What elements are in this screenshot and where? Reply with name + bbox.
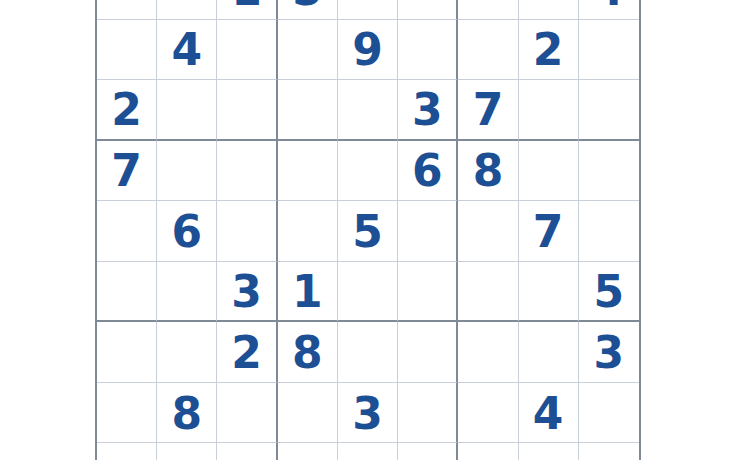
cell-r8c4[interactable] — [278, 383, 338, 444]
given-digit: 8 — [473, 149, 504, 193]
given-digit: 8 — [172, 392, 203, 436]
cell-r5c3[interactable] — [217, 201, 277, 262]
cell-r6c5[interactable] — [338, 262, 398, 323]
given-digit: 1 — [292, 270, 323, 314]
cell-r2c3[interactable] — [217, 20, 277, 81]
cell-r2c5[interactable]: 9 — [338, 20, 398, 81]
given-digit: 3 — [412, 88, 443, 132]
cell-r2c2[interactable]: 4 — [157, 20, 217, 81]
cell-r6c9[interactable]: 5 — [579, 262, 639, 323]
cell-r4c9[interactable] — [579, 141, 639, 202]
cell-r8c9[interactable] — [579, 383, 639, 444]
cell-r5c6[interactable] — [398, 201, 458, 262]
cell-r8c1[interactable] — [97, 383, 157, 444]
cell-r7c9[interactable]: 3 — [579, 322, 639, 383]
cell-r3c3[interactable] — [217, 80, 277, 141]
cell-r2c8[interactable]: 2 — [519, 20, 579, 81]
cell-r2c4[interactable] — [278, 20, 338, 81]
given-digit: 7 — [473, 88, 504, 132]
cell-r6c3[interactable]: 3 — [217, 262, 277, 323]
given-digit: 2 — [533, 28, 564, 72]
cell-r9c8[interactable] — [519, 443, 579, 460]
cell-r5c1[interactable] — [97, 201, 157, 262]
given-digit: 8 — [292, 331, 323, 375]
cell-r8c6[interactable] — [398, 383, 458, 444]
cell-r9c2[interactable] — [157, 443, 217, 460]
cell-r8c7[interactable] — [458, 383, 518, 444]
cell-r7c6[interactable] — [398, 322, 458, 383]
cell-r7c2[interactable] — [157, 322, 217, 383]
cell-r8c3[interactable] — [217, 383, 277, 444]
cell-r7c1[interactable] — [97, 322, 157, 383]
cell-r4c7[interactable]: 8 — [458, 141, 518, 202]
cell-r1c5[interactable] — [338, 0, 398, 20]
given-digit: 7 — [533, 210, 564, 254]
cell-r1c9[interactable]: 4 — [579, 0, 639, 20]
cell-r4c1[interactable]: 7 — [97, 141, 157, 202]
cell-r8c2[interactable]: 8 — [157, 383, 217, 444]
given-digit: 5 — [352, 210, 383, 254]
cell-r5c4[interactable] — [278, 201, 338, 262]
cell-r4c2[interactable] — [157, 141, 217, 202]
cell-r3c7[interactable]: 7 — [458, 80, 518, 141]
cell-r6c4[interactable]: 1 — [278, 262, 338, 323]
cell-r2c6[interactable] — [398, 20, 458, 81]
cell-r6c6[interactable] — [398, 262, 458, 323]
cell-r5c5[interactable]: 5 — [338, 201, 398, 262]
cell-r5c7[interactable] — [458, 201, 518, 262]
given-digit: 7 — [111, 149, 142, 193]
cell-r3c6[interactable]: 3 — [398, 80, 458, 141]
sudoku-board: 154492237768657315283834 — [95, 0, 641, 460]
cell-r5c9[interactable] — [579, 201, 639, 262]
cell-r7c3[interactable]: 2 — [217, 322, 277, 383]
cell-r6c2[interactable] — [157, 262, 217, 323]
cell-r1c3[interactable]: 1 — [217, 0, 277, 20]
cell-r5c8[interactable]: 7 — [519, 201, 579, 262]
given-digit: 2 — [231, 331, 262, 375]
given-digit: 5 — [292, 0, 323, 12]
given-digit: 2 — [111, 88, 142, 132]
cell-r8c5[interactable]: 3 — [338, 383, 398, 444]
cell-r9c9[interactable] — [579, 443, 639, 460]
cell-r7c8[interactable] — [519, 322, 579, 383]
sudoku-page: 154492237768657315283834 — [0, 0, 736, 460]
cell-r9c4[interactable] — [278, 443, 338, 460]
cell-r9c6[interactable] — [398, 443, 458, 460]
cell-r1c4[interactable]: 5 — [278, 0, 338, 20]
cell-r3c2[interactable] — [157, 80, 217, 141]
cell-r3c9[interactable] — [579, 80, 639, 141]
cell-r2c9[interactable] — [579, 20, 639, 81]
cell-r3c8[interactable] — [519, 80, 579, 141]
given-digit: 4 — [172, 28, 203, 72]
given-digit: 5 — [594, 270, 625, 314]
cell-r1c8[interactable] — [519, 0, 579, 20]
cell-r3c4[interactable] — [278, 80, 338, 141]
cell-r1c7[interactable] — [458, 0, 518, 20]
given-digit: 9 — [352, 28, 383, 72]
cell-r4c4[interactable] — [278, 141, 338, 202]
cell-r9c7[interactable] — [458, 443, 518, 460]
given-digit: 4 — [533, 392, 564, 436]
given-digit: 3 — [231, 270, 262, 314]
given-digit: 1 — [231, 0, 262, 12]
cell-r4c8[interactable] — [519, 141, 579, 202]
cell-r9c3[interactable] — [217, 443, 277, 460]
cell-r4c6[interactable]: 6 — [398, 141, 458, 202]
cell-r6c1[interactable] — [97, 262, 157, 323]
given-digit: 4 — [594, 0, 625, 12]
cell-r6c8[interactable] — [519, 262, 579, 323]
cell-r6c7[interactable] — [458, 262, 518, 323]
given-digit: 6 — [412, 149, 443, 193]
cell-r3c5[interactable] — [338, 80, 398, 141]
cell-r4c3[interactable] — [217, 141, 277, 202]
cell-r2c7[interactable] — [458, 20, 518, 81]
cell-r9c5[interactable] — [338, 443, 398, 460]
cell-r1c1[interactable] — [97, 0, 157, 20]
cell-r1c6[interactable] — [398, 0, 458, 20]
cell-r3c1[interactable]: 2 — [97, 80, 157, 141]
cell-r2c1[interactable] — [97, 20, 157, 81]
cell-r4c5[interactable] — [338, 141, 398, 202]
cell-r8c8[interactable]: 4 — [519, 383, 579, 444]
given-digit: 6 — [172, 210, 203, 254]
cell-r1c2[interactable] — [157, 0, 217, 20]
cell-r7c7[interactable] — [458, 322, 518, 383]
given-digit: 3 — [352, 392, 383, 436]
given-digit: 3 — [594, 331, 625, 375]
cell-r7c5[interactable] — [338, 322, 398, 383]
cell-r5c2[interactable]: 6 — [157, 201, 217, 262]
cell-r7c4[interactable]: 8 — [278, 322, 338, 383]
cell-r9c1[interactable] — [97, 443, 157, 460]
